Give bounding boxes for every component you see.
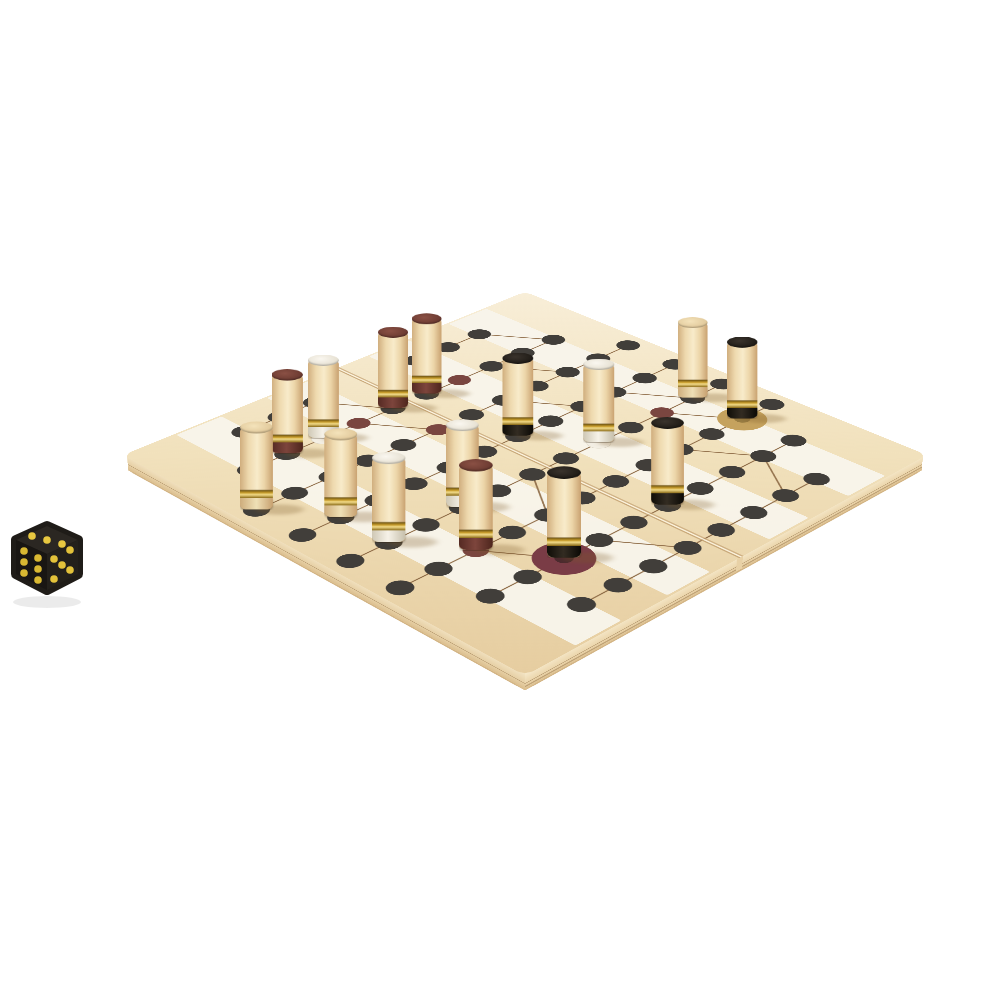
peg-gold-ring bbox=[459, 530, 493, 538]
die-pip bbox=[50, 575, 58, 583]
die-pip bbox=[34, 565, 42, 573]
product-photo bbox=[0, 0, 1000, 1000]
peg-base bbox=[378, 397, 408, 407]
peg-maroon[interactable] bbox=[459, 459, 493, 550]
die[interactable] bbox=[4, 518, 90, 610]
die-pip bbox=[58, 540, 66, 548]
die-pip bbox=[34, 576, 42, 584]
peg-top bbox=[502, 353, 533, 364]
peg-gold-ring bbox=[272, 435, 303, 442]
peg-gold-ring bbox=[651, 485, 684, 493]
peg-top bbox=[372, 452, 405, 464]
die-pip bbox=[50, 555, 58, 563]
peg-top bbox=[583, 359, 614, 370]
die-pip bbox=[20, 569, 28, 577]
peg-gold-ring bbox=[324, 498, 357, 506]
die-pip bbox=[28, 532, 36, 540]
peg-gold-ring bbox=[412, 376, 442, 383]
die-pip bbox=[20, 547, 28, 555]
peg-gold-ring bbox=[727, 401, 757, 408]
peg-black[interactable] bbox=[547, 466, 581, 557]
peg-base bbox=[459, 538, 493, 550]
peg-top bbox=[459, 459, 493, 471]
peg-base bbox=[324, 505, 357, 516]
peg-base bbox=[583, 431, 614, 442]
peg-base bbox=[651, 493, 684, 504]
peg-natural[interactable] bbox=[324, 428, 357, 517]
peg-gold-ring bbox=[372, 522, 405, 530]
peg-black[interactable] bbox=[502, 353, 533, 436]
peg-base bbox=[412, 383, 442, 393]
peg-natural[interactable] bbox=[678, 317, 708, 398]
peg-gold-ring bbox=[547, 538, 581, 546]
peg-top bbox=[727, 337, 757, 348]
peg-top bbox=[272, 369, 303, 381]
peg-base bbox=[502, 425, 533, 436]
peg-top bbox=[324, 428, 357, 440]
peg-top bbox=[547, 466, 581, 479]
peg-base bbox=[372, 530, 405, 542]
peg-base bbox=[272, 442, 303, 453]
peg-top bbox=[412, 313, 442, 324]
peg-top bbox=[446, 419, 479, 431]
peg-gold-ring bbox=[502, 418, 533, 425]
die-pip bbox=[43, 536, 51, 544]
peg-white[interactable] bbox=[308, 355, 339, 438]
peg-black[interactable] bbox=[651, 417, 684, 505]
peg-white[interactable] bbox=[583, 359, 614, 443]
peg-top bbox=[651, 417, 684, 429]
peg-natural[interactable] bbox=[240, 421, 273, 509]
peg-top bbox=[678, 317, 708, 328]
peg-maroon[interactable] bbox=[412, 313, 442, 393]
scene-3d bbox=[0, 0, 1000, 1000]
die-shadow bbox=[13, 596, 81, 608]
peg-gold-ring bbox=[378, 390, 408, 397]
die-pip bbox=[66, 546, 74, 554]
die-pip bbox=[20, 558, 28, 566]
die-pip bbox=[34, 554, 42, 562]
peg-base bbox=[240, 498, 273, 509]
peg-maroon[interactable] bbox=[378, 327, 408, 408]
peg-gold-ring bbox=[678, 380, 708, 387]
peg-top bbox=[378, 327, 408, 338]
die-pip bbox=[58, 561, 66, 569]
peg-gold-ring bbox=[308, 420, 339, 427]
die-pip bbox=[66, 566, 74, 574]
peg-base bbox=[727, 408, 757, 419]
peg-base bbox=[678, 387, 708, 397]
peg-gold-ring bbox=[240, 490, 273, 498]
peg-top bbox=[240, 421, 273, 433]
peg-base bbox=[547, 546, 581, 558]
peg-maroon[interactable] bbox=[272, 369, 303, 453]
peg-black[interactable] bbox=[727, 337, 757, 419]
peg-white[interactable] bbox=[372, 452, 405, 542]
peg-gold-ring bbox=[583, 424, 614, 431]
game-board bbox=[121, 291, 929, 677]
peg-top bbox=[308, 355, 339, 366]
